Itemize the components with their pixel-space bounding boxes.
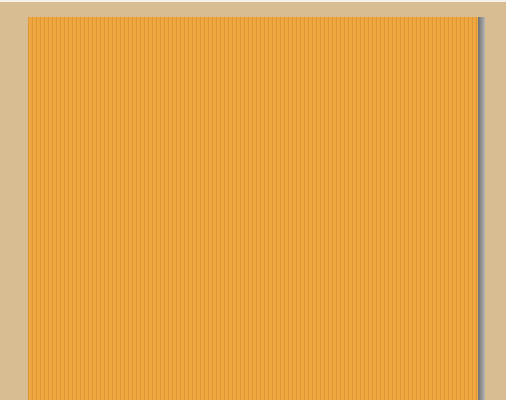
goban — [28, 17, 478, 400]
row-labels-strip-left — [0, 17, 28, 400]
go-board-screen: { "game": "go", "board": { "size": 19, "… — [0, 0, 506, 400]
board-edge-bar — [478, 17, 485, 400]
row-labels-strip-right — [485, 17, 506, 400]
